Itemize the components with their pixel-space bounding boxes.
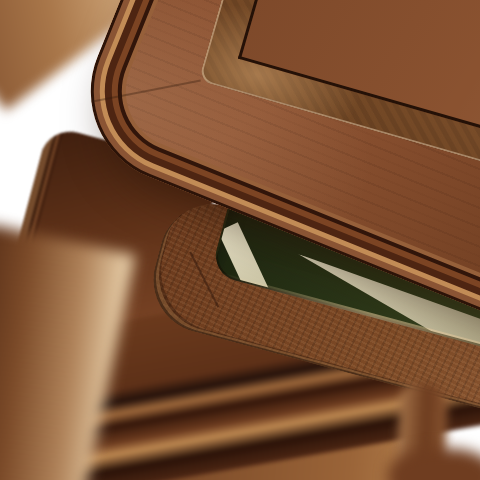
board-square: [238, 56, 312, 146]
board-square: [238, 56, 312, 146]
board-square: [238, 56, 312, 146]
board-square: [238, 56, 312, 146]
board-square: [238, 56, 312, 146]
board-square: [238, 56, 312, 146]
board-square: [238, 56, 312, 146]
board-square: [238, 56, 312, 146]
board-square: [238, 56, 312, 146]
board-square: [238, 56, 312, 146]
board-square: [238, 56, 312, 146]
board-square: [238, 56, 312, 146]
board-square: [238, 56, 312, 146]
board-square: [238, 56, 312, 146]
board-square: [238, 56, 312, 146]
board-square: [238, 56, 312, 146]
board-square: [238, 56, 312, 146]
board-square: [238, 56, 312, 146]
board-square: [238, 56, 312, 146]
board-square: [238, 56, 312, 146]
board-square: [238, 56, 312, 146]
board-square: [238, 56, 312, 146]
board-square: [238, 56, 312, 146]
board-square: [238, 56, 312, 146]
board-square: [238, 56, 312, 146]
board-square: [238, 56, 312, 146]
board-square: [238, 56, 312, 146]
board-square: [238, 56, 312, 146]
board-square: [238, 56, 312, 146]
board-square: [238, 56, 312, 146]
board-square: [238, 56, 312, 146]
board-square: [238, 56, 312, 146]
board-square: [238, 56, 312, 146]
board-square: [238, 56, 312, 146]
board-square: [238, 56, 312, 146]
board-square: [238, 56, 312, 146]
board-square: [238, 56, 312, 146]
board-square: [238, 56, 312, 146]
board-square: [238, 56, 312, 146]
board-square: [238, 56, 312, 146]
chessboard-field: [238, 0, 480, 232]
board-square: [238, 56, 312, 146]
board-square: [238, 56, 312, 146]
board-square: [238, 56, 312, 146]
product-photo: Close-up product photo of a handcrafted …: [0, 0, 480, 480]
board-square: [238, 56, 312, 146]
board-square: [238, 56, 312, 146]
board-square: [238, 56, 312, 146]
board-square: [238, 56, 312, 146]
board-square: [238, 56, 312, 146]
board-square: [238, 56, 312, 146]
board-square: [238, 56, 312, 146]
board-square: [238, 56, 312, 146]
board-square: [238, 56, 312, 146]
board-square: [238, 56, 312, 146]
board-square: [238, 56, 312, 146]
board-grid: [242, 56, 480, 231]
board-light-falloff: [242, 0, 480, 229]
board-square: [238, 56, 312, 146]
board-square: [238, 56, 312, 146]
frame-miter-joint: [79, 79, 201, 105]
board-square: [238, 56, 312, 146]
board-square: [238, 56, 312, 146]
board-square: [238, 56, 312, 146]
board-square: [238, 56, 312, 146]
board-square: [238, 56, 312, 146]
board-square: [238, 56, 312, 146]
board-square: [238, 56, 312, 146]
